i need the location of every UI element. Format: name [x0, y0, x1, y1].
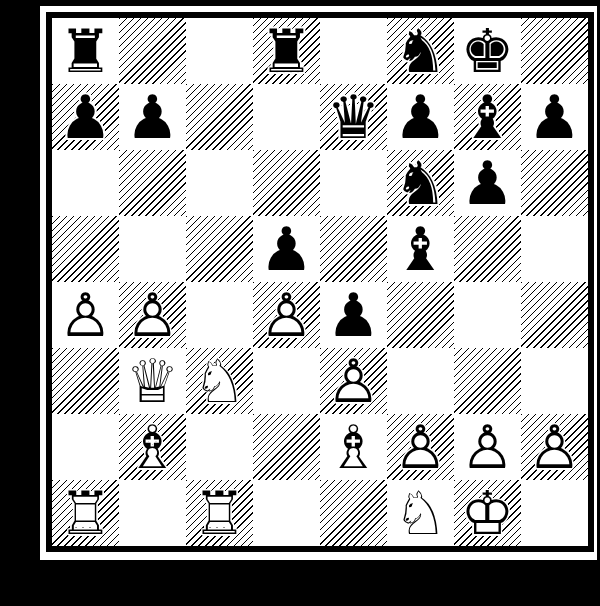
piece-outline-layer: ♖: [52, 480, 119, 546]
piece-black-rook[interactable]: ♜: [253, 18, 320, 84]
square-c3[interactable]: ♞♘: [186, 348, 253, 414]
piece-glyph: ♟: [387, 84, 454, 150]
square-h3[interactable]: [521, 348, 588, 414]
square-e6[interactable]: [320, 150, 387, 216]
square-g8[interactable]: ♚: [454, 18, 521, 84]
piece-outline-layer: ♙: [320, 348, 387, 414]
piece-black-pawn[interactable]: ♟: [454, 150, 521, 216]
piece-black-bishop[interactable]: ♝: [387, 216, 454, 282]
square-c6[interactable]: [186, 150, 253, 216]
piece-white-rook[interactable]: ♜♖: [186, 480, 253, 546]
square-f1[interactable]: ♞♘: [387, 480, 454, 546]
square-f5[interactable]: ♝: [387, 216, 454, 282]
square-f3[interactable]: [387, 348, 454, 414]
square-g4[interactable]: [454, 282, 521, 348]
square-a3[interactable]: [52, 348, 119, 414]
piece-outline-layer: ♙: [253, 282, 320, 348]
piece-black-pawn[interactable]: ♟: [387, 84, 454, 150]
piece-outline-layer: ♙: [119, 282, 186, 348]
square-b6[interactable]: [119, 150, 186, 216]
square-d3[interactable]: [253, 348, 320, 414]
piece-white-queen[interactable]: ♛♕: [119, 348, 186, 414]
piece-glyph: ♞: [387, 150, 454, 216]
piece-black-pawn[interactable]: ♟: [119, 84, 186, 150]
square-e8[interactable]: [320, 18, 387, 84]
square-f2[interactable]: ♟♙: [387, 414, 454, 480]
piece-white-pawn[interactable]: ♟♙: [521, 414, 588, 480]
board-frame: ♜♜♞♚♟♟♛♟♝♟♞♟♟♝♟♙♟♙♟♙♟♛♕♞♘♟♙♝♗♝♗♟♙♟♙♟♙♜♖♜…: [46, 12, 594, 552]
square-a8[interactable]: ♜: [52, 18, 119, 84]
piece-white-bishop[interactable]: ♝♗: [320, 414, 387, 480]
square-g5[interactable]: [454, 216, 521, 282]
square-b5[interactable]: [119, 216, 186, 282]
piece-white-rook[interactable]: ♜♖: [52, 480, 119, 546]
square-f4[interactable]: [387, 282, 454, 348]
piece-black-king[interactable]: ♚: [454, 18, 521, 84]
square-a2[interactable]: [52, 414, 119, 480]
piece-outline-layer: ♘: [186, 348, 253, 414]
piece-outline-layer: ♙: [521, 414, 588, 480]
piece-outline-layer: ♗: [320, 414, 387, 480]
piece-glyph: ♝: [387, 216, 454, 282]
piece-white-pawn[interactable]: ♟♙: [52, 282, 119, 348]
square-h6[interactable]: [521, 150, 588, 216]
square-d7[interactable]: [253, 84, 320, 150]
piece-white-king[interactable]: ♚♔: [454, 480, 521, 546]
piece-outline-layer: ♔: [454, 480, 521, 546]
square-c8[interactable]: [186, 18, 253, 84]
piece-outline-layer: ♙: [52, 282, 119, 348]
page-background: { "game": "chess", "position": { "fen": …: [0, 0, 600, 606]
piece-outline-layer: ♖: [186, 480, 253, 546]
piece-glyph: ♟: [320, 282, 387, 348]
square-e1[interactable]: [320, 480, 387, 546]
square-d4[interactable]: ♟♙: [253, 282, 320, 348]
square-g3[interactable]: [454, 348, 521, 414]
piece-black-bishop[interactable]: ♝: [454, 84, 521, 150]
piece-white-pawn[interactable]: ♟♙: [320, 348, 387, 414]
square-b7[interactable]: ♟: [119, 84, 186, 150]
piece-outline-layer: ♙: [387, 414, 454, 480]
square-b1[interactable]: [119, 480, 186, 546]
piece-glyph: ♝: [454, 84, 521, 150]
piece-outline-layer: ♘: [387, 480, 454, 546]
square-b3[interactable]: ♛♕: [119, 348, 186, 414]
square-c4[interactable]: [186, 282, 253, 348]
square-c1[interactable]: ♜♖: [186, 480, 253, 546]
piece-black-pawn[interactable]: ♟: [52, 84, 119, 150]
piece-white-pawn[interactable]: ♟♙: [387, 414, 454, 480]
square-d8[interactable]: ♜: [253, 18, 320, 84]
square-e7[interactable]: ♛: [320, 84, 387, 150]
square-g2[interactable]: ♟♙: [454, 414, 521, 480]
piece-glyph: ♚: [454, 18, 521, 84]
piece-black-pawn[interactable]: ♟: [253, 216, 320, 282]
square-c7[interactable]: [186, 84, 253, 150]
square-e3[interactable]: ♟♙: [320, 348, 387, 414]
piece-black-pawn[interactable]: ♟: [521, 84, 588, 150]
piece-white-bishop[interactable]: ♝♗: [119, 414, 186, 480]
square-g7[interactable]: ♝: [454, 84, 521, 150]
piece-glyph: ♞: [387, 18, 454, 84]
piece-black-pawn[interactable]: ♟: [320, 282, 387, 348]
piece-glyph: ♟: [454, 150, 521, 216]
piece-black-queen[interactable]: ♛: [320, 84, 387, 150]
square-e2[interactable]: ♝♗: [320, 414, 387, 480]
piece-glyph: ♟: [253, 216, 320, 282]
square-c5[interactable]: [186, 216, 253, 282]
piece-glyph: ♟: [521, 84, 588, 150]
square-h8[interactable]: [521, 18, 588, 84]
square-d2[interactable]: [253, 414, 320, 480]
square-g1[interactable]: ♚♔: [454, 480, 521, 546]
piece-glyph: ♜: [52, 18, 119, 84]
piece-black-rook[interactable]: ♜: [52, 18, 119, 84]
piece-black-knight[interactable]: ♞: [387, 18, 454, 84]
piece-white-pawn[interactable]: ♟♙: [119, 282, 186, 348]
piece-white-knight[interactable]: ♞♘: [186, 348, 253, 414]
square-a4[interactable]: ♟♙: [52, 282, 119, 348]
square-e5[interactable]: [320, 216, 387, 282]
square-d1[interactable]: [253, 480, 320, 546]
square-a5[interactable]: [52, 216, 119, 282]
square-f7[interactable]: ♟: [387, 84, 454, 150]
square-f6[interactable]: ♞: [387, 150, 454, 216]
square-a6[interactable]: [52, 150, 119, 216]
piece-white-pawn[interactable]: ♟♙: [454, 414, 521, 480]
piece-outline-layer: ♙: [454, 414, 521, 480]
piece-outline-layer: ♗: [119, 414, 186, 480]
square-g6[interactable]: ♟: [454, 150, 521, 216]
piece-glyph: ♟: [119, 84, 186, 150]
piece-outline-layer: ♕: [119, 348, 186, 414]
chess-board: ♜♜♞♚♟♟♛♟♝♟♞♟♟♝♟♙♟♙♟♙♟♛♕♞♘♟♙♝♗♝♗♟♙♟♙♟♙♜♖♜…: [52, 18, 588, 546]
square-d5[interactable]: ♟: [253, 216, 320, 282]
square-h2[interactable]: ♟♙: [521, 414, 588, 480]
square-a7[interactable]: ♟: [52, 84, 119, 150]
square-b2[interactable]: ♝♗: [119, 414, 186, 480]
piece-glyph: ♟: [52, 84, 119, 150]
square-b4[interactable]: ♟♙: [119, 282, 186, 348]
square-h1[interactable]: [521, 480, 588, 546]
piece-black-knight[interactable]: ♞: [387, 150, 454, 216]
square-h5[interactable]: [521, 216, 588, 282]
piece-white-knight[interactable]: ♞♘: [387, 480, 454, 546]
square-d6[interactable]: [253, 150, 320, 216]
piece-glyph: ♛: [320, 84, 387, 150]
square-a1[interactable]: ♜♖: [52, 480, 119, 546]
square-e4[interactable]: ♟: [320, 282, 387, 348]
piece-glyph: ♜: [253, 18, 320, 84]
square-h7[interactable]: ♟: [521, 84, 588, 150]
square-h4[interactable]: [521, 282, 588, 348]
page-sheet: ♜♜♞♚♟♟♛♟♝♟♞♟♟♝♟♙♟♙♟♙♟♛♕♞♘♟♙♝♗♝♗♟♙♟♙♟♙♜♖♜…: [40, 6, 597, 560]
square-b8[interactable]: [119, 18, 186, 84]
piece-white-pawn[interactable]: ♟♙: [253, 282, 320, 348]
square-f8[interactable]: ♞: [387, 18, 454, 84]
square-c2[interactable]: [186, 414, 253, 480]
